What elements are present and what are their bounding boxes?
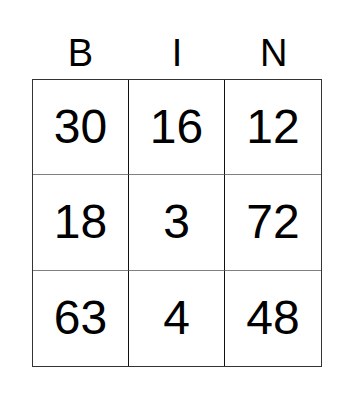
column-letter-b: B [32, 28, 129, 78]
bingo-cell-r3c3[interactable]: 48 [225, 271, 321, 366]
column-letter-i: I [129, 28, 226, 78]
bingo-cell-r2c2[interactable]: 3 [129, 175, 225, 270]
bingo-cell-r2c3[interactable]: 72 [225, 175, 321, 270]
bingo-cell-r1c3[interactable]: 12 [225, 80, 321, 175]
bingo-card: B I N 30 16 12 18 3 72 63 4 48 [0, 0, 353, 400]
bingo-cell-r3c2[interactable]: 4 [129, 271, 225, 366]
bingo-cell-r1c2[interactable]: 16 [129, 80, 225, 175]
bingo-cell-r1c1[interactable]: 30 [33, 80, 129, 175]
column-letter-n: N [225, 28, 322, 78]
bingo-grid: 30 16 12 18 3 72 63 4 48 [32, 79, 322, 367]
bingo-cell-r3c1[interactable]: 63 [33, 271, 129, 366]
bingo-cell-r2c1[interactable]: 18 [33, 175, 129, 270]
column-header-row: B I N [32, 28, 322, 78]
